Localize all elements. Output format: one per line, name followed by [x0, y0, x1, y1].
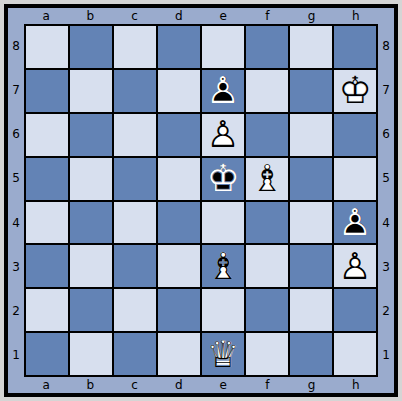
square-c6[interactable] [114, 114, 156, 156]
square-h8[interactable] [334, 26, 376, 68]
square-e5[interactable]: ♚♔ [202, 158, 244, 200]
file-label-b: b [87, 379, 95, 391]
square-d4[interactable] [158, 202, 200, 244]
square-h5[interactable] [334, 158, 376, 200]
square-f1[interactable] [246, 333, 288, 375]
white-king-outline-glyph: ♔ [335, 71, 375, 111]
square-b6[interactable] [70, 114, 112, 156]
square-g3[interactable] [290, 245, 332, 287]
square-h2[interactable] [334, 289, 376, 331]
square-d6[interactable] [158, 114, 200, 156]
white-pawn-outline-glyph: ♙ [203, 115, 243, 155]
square-h7[interactable]: ♚♔ [334, 70, 376, 112]
piece-white-king[interactable]: ♚♔ [335, 71, 375, 111]
file-label-d: d [175, 379, 183, 391]
square-b8[interactable] [70, 26, 112, 68]
square-g4[interactable] [290, 202, 332, 244]
rank-label-3: 3 [12, 261, 20, 273]
square-f6[interactable] [246, 114, 288, 156]
square-a5[interactable] [26, 158, 68, 200]
file-label-d: d [175, 10, 183, 22]
piece-white-pawn[interactable]: ♟♙ [203, 115, 243, 155]
white-bishop-outline-glyph: ♗ [247, 159, 287, 199]
square-a8[interactable] [26, 26, 68, 68]
square-f4[interactable] [246, 202, 288, 244]
square-d8[interactable] [158, 26, 200, 68]
square-c3[interactable] [114, 245, 156, 287]
rank-label-7: 7 [382, 84, 390, 96]
square-f8[interactable] [246, 26, 288, 68]
piece-white-bishop[interactable]: ♝♗ [203, 246, 243, 286]
square-h3[interactable]: ♟♙ [334, 245, 376, 287]
black-pawn-outline-glyph: ♙ [203, 71, 243, 111]
square-a1[interactable] [26, 333, 68, 375]
white-queen-outline-glyph: ♕ [203, 334, 243, 374]
square-g2[interactable] [290, 289, 332, 331]
piece-black-pawn[interactable]: ♟♙ [335, 202, 375, 242]
square-a2[interactable] [26, 289, 68, 331]
rank-labels-right: 87654321 [378, 24, 394, 377]
square-c7[interactable] [114, 70, 156, 112]
square-d2[interactable] [158, 289, 200, 331]
rank-label-1: 1 [382, 349, 390, 361]
square-a7[interactable] [26, 70, 68, 112]
file-label-f: f [265, 10, 269, 22]
piece-white-queen[interactable]: ♛♕ [203, 334, 243, 374]
file-label-g: g [308, 10, 316, 22]
square-a6[interactable] [26, 114, 68, 156]
rank-label-2: 2 [12, 305, 20, 317]
rank-label-7: 7 [12, 84, 20, 96]
file-labels-bottom: abcdefgh [24, 377, 378, 393]
chessboard-outer-margin: abcdefgh 87654321 ♟♙♚♔♟♙♚♔♝♗♟♙♝♗♟♙♛♕ 876… [0, 0, 402, 401]
file-label-h: h [352, 379, 360, 391]
square-e7[interactable]: ♟♙ [202, 70, 244, 112]
square-a4[interactable] [26, 202, 68, 244]
square-e6[interactable]: ♟♙ [202, 114, 244, 156]
square-b7[interactable] [70, 70, 112, 112]
file-label-g: g [308, 379, 316, 391]
rank-label-2: 2 [382, 305, 390, 317]
file-label-e: e [219, 10, 226, 22]
square-e8[interactable] [202, 26, 244, 68]
square-b1[interactable] [70, 333, 112, 375]
square-g1[interactable] [290, 333, 332, 375]
file-label-e: e [219, 379, 226, 391]
square-b5[interactable] [70, 158, 112, 200]
file-label-c: c [131, 379, 138, 391]
square-c4[interactable] [114, 202, 156, 244]
rank-label-6: 6 [12, 128, 20, 140]
square-b3[interactable] [70, 245, 112, 287]
piece-white-pawn[interactable]: ♟♙ [335, 246, 375, 286]
square-f5[interactable]: ♝♗ [246, 158, 288, 200]
square-f2[interactable] [246, 289, 288, 331]
square-b4[interactable] [70, 202, 112, 244]
rank-label-4: 4 [382, 217, 390, 229]
square-d1[interactable] [158, 333, 200, 375]
square-e3[interactable]: ♝♗ [202, 245, 244, 287]
piece-black-king[interactable]: ♚♔ [203, 159, 243, 199]
piece-white-bishop[interactable]: ♝♗ [247, 159, 287, 199]
square-d3[interactable] [158, 245, 200, 287]
square-e4[interactable] [202, 202, 244, 244]
square-b2[interactable] [70, 289, 112, 331]
rank-label-4: 4 [12, 217, 20, 229]
black-pawn-outline-glyph: ♙ [335, 202, 375, 242]
chessboard-frame: abcdefgh 87654321 ♟♙♚♔♟♙♚♔♝♗♟♙♝♗♟♙♛♕ 876… [4, 4, 398, 397]
square-h6[interactable] [334, 114, 376, 156]
square-g8[interactable] [290, 26, 332, 68]
square-d7[interactable] [158, 70, 200, 112]
rank-label-8: 8 [12, 40, 20, 52]
coordinate-band: abcdefgh 87654321 ♟♙♚♔♟♙♚♔♝♗♟♙♝♗♟♙♛♕ 876… [8, 8, 394, 393]
white-bishop-outline-glyph: ♗ [203, 246, 243, 286]
file-label-c: c [131, 10, 138, 22]
square-c8[interactable] [114, 26, 156, 68]
rank-label-5: 5 [12, 172, 20, 184]
square-h1[interactable] [334, 333, 376, 375]
square-c2[interactable] [114, 289, 156, 331]
rank-label-6: 6 [382, 128, 390, 140]
square-f3[interactable] [246, 245, 288, 287]
square-c5[interactable] [114, 158, 156, 200]
rank-labels-left: 87654321 [8, 24, 24, 377]
rank-label-5: 5 [382, 172, 390, 184]
square-c1[interactable] [114, 333, 156, 375]
white-pawn-outline-glyph: ♙ [335, 246, 375, 286]
square-g5[interactable] [290, 158, 332, 200]
black-king-outline-glyph: ♔ [203, 159, 243, 199]
file-label-a: a [42, 379, 49, 391]
rank-label-3: 3 [382, 261, 390, 273]
file-label-a: a [42, 10, 49, 22]
rank-label-8: 8 [382, 40, 390, 52]
chessboard: ♟♙♚♔♟♙♚♔♝♗♟♙♝♗♟♙♛♕ [24, 24, 378, 377]
square-g6[interactable] [290, 114, 332, 156]
file-label-b: b [87, 10, 95, 22]
square-h4[interactable]: ♟♙ [334, 202, 376, 244]
piece-black-pawn[interactable]: ♟♙ [203, 71, 243, 111]
file-label-f: f [265, 379, 269, 391]
square-d5[interactable] [158, 158, 200, 200]
square-f7[interactable] [246, 70, 288, 112]
file-label-h: h [352, 10, 360, 22]
square-a3[interactable] [26, 245, 68, 287]
square-e1[interactable]: ♛♕ [202, 333, 244, 375]
file-labels-top: abcdefgh [24, 8, 378, 24]
square-g7[interactable] [290, 70, 332, 112]
square-e2[interactable] [202, 289, 244, 331]
rank-label-1: 1 [12, 349, 20, 361]
